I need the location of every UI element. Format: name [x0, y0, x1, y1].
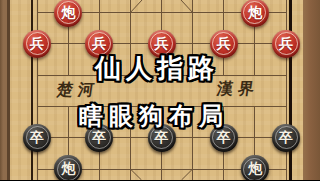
- pieces-layer: 炮炮兵兵兵兵兵卒卒卒卒卒炮炮: [0, 0, 320, 180]
- overlay-title: 仙人指路: [0, 54, 317, 83]
- piece-red-cannon-f2[interactable]: 炮: [54, 0, 82, 27]
- xiangqi-app-screen: 楚河 漢界 炮炮兵兵兵兵兵卒卒卒卒卒炮炮 仙人指路 瞎眼狗布局: [0, 0, 320, 180]
- overlay-subtitle: 瞎眼狗布局: [0, 102, 314, 129]
- piece-label: 卒: [26, 126, 49, 149]
- piece-black-cannon-f8[interactable]: 炮: [241, 155, 269, 180]
- piece-label: 兵: [150, 32, 173, 55]
- piece-label: 炮: [243, 1, 266, 24]
- piece-label: 炮: [243, 158, 266, 181]
- piece-label: 兵: [275, 32, 298, 55]
- piece-label: 兵: [88, 32, 111, 55]
- piece-label: 卒: [212, 126, 235, 149]
- piece-label: 兵: [26, 32, 49, 55]
- piece-label: 兵: [212, 32, 235, 55]
- piece-black-cannon-f2[interactable]: 炮: [54, 155, 82, 180]
- piece-label: 炮: [57, 158, 80, 181]
- piece-red-cannon-f8[interactable]: 炮: [241, 0, 269, 27]
- piece-label: 卒: [275, 126, 298, 149]
- piece-label: 卒: [88, 126, 111, 149]
- piece-label: 炮: [57, 1, 80, 24]
- piece-label: 卒: [150, 126, 173, 149]
